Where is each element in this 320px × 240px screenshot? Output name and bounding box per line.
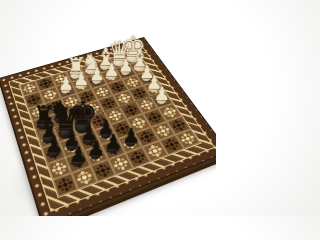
black-pawn-piece-glyph: ♟	[121, 125, 139, 145]
black-pawn-piece-glyph: ♟	[87, 137, 106, 158]
photo-scene: ♜♞♝♛♚♟♟♟♟♟♝♟♜♞♟♝♛♚♟♟♟♟♟♟♟♟♟	[0, 0, 216, 216]
black-pawn-piece-glyph: ♟	[45, 135, 64, 156]
chevron-border: ♜♞♝♛♚♟♟♟♟♟♝♟♜♞♟♝♛♚♟♟♟♟♟♟♟♟♟	[8, 44, 215, 213]
white-pawn-piece-glyph: ♟	[154, 84, 171, 103]
white-pawn-piece-glyph: ♟	[89, 66, 105, 84]
white-pawn-piece-glyph: ♟	[104, 61, 120, 78]
white-pawn-piece-glyph: ♟	[58, 75, 74, 93]
square-h2[interactable]	[166, 116, 190, 135]
chess-board: ♜♞♝♛♚♟♟♟♟♟♝♟♜♞♟♝♛♚♟♟♟♟♟♟♟♟♟	[0, 37, 216, 216]
square-a1[interactable]	[53, 173, 78, 197]
black-pawn-piece-glyph: ♟	[104, 131, 123, 152]
black-pawn-piece-glyph: ♟	[69, 144, 88, 165]
white-pawn-piece-glyph: ♟	[118, 57, 133, 74]
white-pawn-piece-glyph: ♟	[74, 70, 90, 88]
